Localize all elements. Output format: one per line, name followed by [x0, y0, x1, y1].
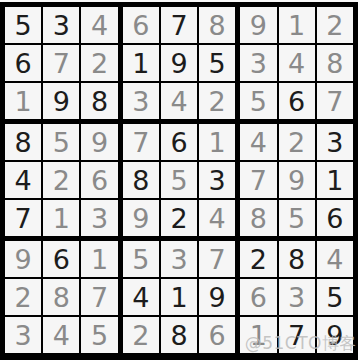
cell-r4c8: 2: [279, 124, 315, 160]
cell-r1c5: 7: [161, 7, 197, 43]
cell-r8c7: 6: [240, 279, 276, 315]
cell-r3c7: 5: [240, 83, 276, 119]
sudoku-board: 5346721986781953429123485678594267137618…: [0, 0, 358, 360]
cell-r6c2: 1: [43, 200, 79, 236]
cell-r7c6: 7: [199, 241, 235, 277]
cell-r9c9: 9: [317, 317, 353, 353]
box-1-1: 534672198: [5, 7, 118, 119]
cell-r4c7: 4: [240, 124, 276, 160]
cell-r2c5: 9: [161, 45, 197, 81]
cell-r8c4: 4: [123, 279, 159, 315]
cell-r5c6: 3: [199, 162, 235, 198]
cell-r1c6: 8: [199, 7, 235, 43]
cell-r5c9: 1: [317, 162, 353, 198]
cell-r4c3: 9: [81, 124, 117, 160]
cell-r3c3: 8: [81, 83, 117, 119]
cell-r9c4: 2: [123, 317, 159, 353]
cell-r8c9: 5: [317, 279, 353, 315]
cell-r2c6: 5: [199, 45, 235, 81]
cell-r5c1: 4: [5, 162, 41, 198]
cell-r2c4: 1: [123, 45, 159, 81]
cell-r7c4: 5: [123, 241, 159, 277]
cell-r8c5: 1: [161, 279, 197, 315]
cell-r2c2: 7: [43, 45, 79, 81]
cell-r1c8: 1: [279, 7, 315, 43]
cell-r5c7: 7: [240, 162, 276, 198]
cell-r1c9: 2: [317, 7, 353, 43]
cell-r1c2: 3: [43, 7, 79, 43]
cell-r5c2: 2: [43, 162, 79, 198]
cell-r9c2: 4: [43, 317, 79, 353]
cell-r6c1: 7: [5, 200, 41, 236]
cell-r3c6: 2: [199, 83, 235, 119]
cell-r3c8: 6: [279, 83, 315, 119]
cell-r5c5: 5: [161, 162, 197, 198]
cell-r6c5: 2: [161, 200, 197, 236]
cell-r9c6: 6: [199, 317, 235, 353]
box-2-3: 423791856: [240, 124, 353, 236]
cell-r4c9: 3: [317, 124, 353, 160]
cell-r3c2: 9: [43, 83, 79, 119]
cell-r9c5: 8: [161, 317, 197, 353]
cell-r2c8: 4: [279, 45, 315, 81]
cell-r1c3: 4: [81, 7, 117, 43]
cell-r8c2: 8: [43, 279, 79, 315]
cell-r5c4: 8: [123, 162, 159, 198]
cell-r3c5: 4: [161, 83, 197, 119]
cell-r6c3: 3: [81, 200, 117, 236]
cell-r9c3: 5: [81, 317, 117, 353]
cell-r6c8: 5: [279, 200, 315, 236]
cell-r4c5: 6: [161, 124, 197, 160]
cell-r1c7: 9: [240, 7, 276, 43]
cell-r4c2: 5: [43, 124, 79, 160]
cell-r7c3: 1: [81, 241, 117, 277]
box-2-1: 859426713: [5, 124, 118, 236]
cell-r7c5: 3: [161, 241, 197, 277]
cell-r7c1: 9: [5, 241, 41, 277]
cell-r4c4: 7: [123, 124, 159, 160]
cell-r7c8: 8: [279, 241, 315, 277]
cell-r4c6: 1: [199, 124, 235, 160]
cell-r7c9: 4: [317, 241, 353, 277]
cell-r6c9: 6: [317, 200, 353, 236]
cell-r1c4: 6: [123, 7, 159, 43]
cell-r6c6: 4: [199, 200, 235, 236]
cell-r3c1: 1: [5, 83, 41, 119]
cell-r3c9: 7: [317, 83, 353, 119]
cell-r8c3: 7: [81, 279, 117, 315]
cell-r2c7: 3: [240, 45, 276, 81]
cell-r8c1: 2: [5, 279, 41, 315]
cell-r9c1: 3: [5, 317, 41, 353]
cell-r2c9: 8: [317, 45, 353, 81]
box-3-2: 537419286: [123, 241, 236, 353]
cell-r8c8: 3: [279, 279, 315, 315]
cell-r9c8: 7: [279, 317, 315, 353]
cell-r7c7: 2: [240, 241, 276, 277]
cell-r3c4: 3: [123, 83, 159, 119]
box-1-3: 912348567: [240, 7, 353, 119]
cell-r6c7: 8: [240, 200, 276, 236]
cell-r6c4: 9: [123, 200, 159, 236]
cell-r5c8: 9: [279, 162, 315, 198]
box-1-2: 678195342: [123, 7, 236, 119]
cell-r1c1: 5: [5, 7, 41, 43]
cell-r8c6: 9: [199, 279, 235, 315]
box-3-1: 961287345: [5, 241, 118, 353]
cell-r2c3: 2: [81, 45, 117, 81]
cell-r2c1: 6: [5, 45, 41, 81]
box-3-3: 284635179: [240, 241, 353, 353]
cell-r4c1: 8: [5, 124, 41, 160]
box-2-2: 761853924: [123, 124, 236, 236]
cell-r7c2: 6: [43, 241, 79, 277]
cell-r5c3: 6: [81, 162, 117, 198]
cell-r9c7: 1: [240, 317, 276, 353]
